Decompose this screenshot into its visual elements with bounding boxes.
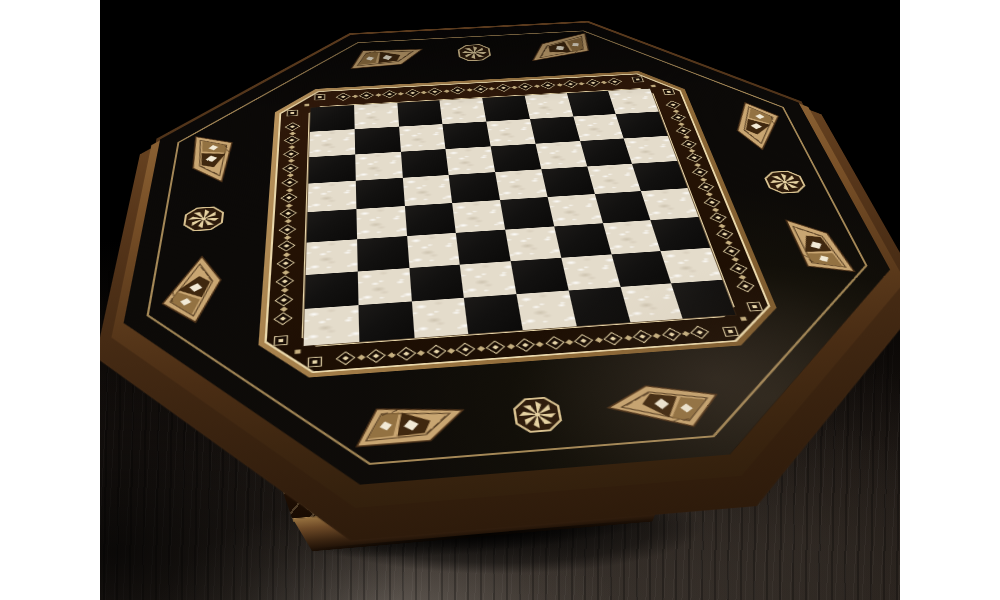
band-dot-motif [682,331,690,337]
square-d2[interactable] [460,261,517,298]
band-diamond-motif [632,77,644,83]
band-dot-motif [466,88,472,91]
square-b6[interactable] [355,151,402,180]
square-h3[interactable] [651,217,710,251]
square-c3[interactable] [407,233,460,268]
band-diamond-motif [692,167,708,177]
band-diamond-motif [276,275,295,287]
band-diamond-motif [405,89,420,97]
square-a4[interactable] [307,209,357,242]
band-diamond-motif [686,153,702,162]
band-dot-motif [279,307,287,312]
band-diamond-motif [284,136,300,145]
band-diamond-motif [279,208,296,218]
band-dot-motif [506,343,514,349]
square-c6[interactable] [400,149,448,178]
band-diamond-motif [307,356,321,367]
band-diamond-motif [722,326,739,336]
band-diamond-motif [716,229,733,240]
square-e1[interactable] [516,291,576,330]
square-e6[interactable] [491,143,542,172]
band-dot-motif [357,354,365,360]
square-c8[interactable] [397,100,443,126]
square-c7[interactable] [399,124,446,152]
square-c1[interactable] [411,298,468,338]
square-b4[interactable] [356,206,406,239]
square-e5[interactable] [495,169,547,200]
band-diamond-motif [359,91,374,99]
tabletop-3d-wrap [100,14,900,507]
band-dot-motif [284,219,291,223]
band-diamond-motif [604,332,623,345]
band-dot-motif [653,333,661,339]
band-diamond-motif [730,263,748,275]
square-f6[interactable] [535,141,587,170]
square-c2[interactable] [409,264,464,301]
band-diamond-motif [277,258,295,270]
band-dot-motif [283,235,290,240]
square-d8[interactable] [440,98,487,124]
square-h6[interactable] [624,136,678,164]
square-e4[interactable] [500,197,554,229]
photo-area [100,0,900,600]
band-dot-motif [731,257,738,262]
square-d6[interactable] [446,146,496,175]
band-diamond-motif [681,140,697,149]
square-a2[interactable] [305,271,358,309]
band-diamond-motif [723,245,741,256]
square-h7[interactable] [616,111,668,138]
band-dot-motif [288,145,295,149]
band-diamond-motif [282,163,299,172]
band-diamond-motif [662,328,681,341]
band-diamond-motif [473,85,488,93]
band-diamond-motif [515,338,534,352]
band-dot-motif [304,104,309,107]
square-a6[interactable] [308,154,355,184]
band-diamond-motif [545,336,564,349]
square-a8[interactable] [310,105,354,131]
square-b2[interactable] [358,268,412,306]
square-h8[interactable] [608,89,658,114]
band-dot-motif [579,82,585,85]
band-dot-motif [282,252,290,257]
band-dot-motif [280,288,288,293]
band-diamond-motif [671,113,686,121]
square-d5[interactable] [449,172,500,203]
square-e3[interactable] [505,226,561,261]
square-f7[interactable] [530,116,580,143]
square-b5[interactable] [356,178,405,209]
band-dot-motif [295,349,301,353]
band-diamond-motif [676,126,691,135]
square-e7[interactable] [486,119,535,146]
band-dot-motif [421,91,427,94]
square-a1[interactable] [304,305,359,346]
band-diamond-motif [518,83,533,91]
square-f5[interactable] [541,167,594,197]
square-a3[interactable] [306,239,358,275]
band-diamond-motif [662,89,675,95]
band-diamond-motif [274,294,293,306]
square-d3[interactable] [456,229,511,264]
square-b3[interactable] [357,236,409,271]
square-d4[interactable] [452,200,505,233]
square-f1[interactable] [568,287,629,326]
band-dot-motif [489,87,495,90]
band-dot-motif [595,337,603,343]
band-dot-motif [556,83,562,86]
band-diamond-motif [279,224,297,235]
square-d7[interactable] [443,121,491,148]
band-diamond-motif [366,349,386,363]
band-dot-motif [724,240,731,245]
square-g7[interactable] [573,114,624,141]
band-dot-motif [286,188,293,192]
band-diamond-motif [496,84,511,92]
band-dot-motif [739,317,746,321]
band-dot-motif [417,350,425,356]
band-dot-motif [624,335,632,341]
band-diamond-motif [278,241,296,252]
band-diamond-motif [574,334,593,347]
band-dot-motif [375,93,381,96]
band-dot-motif [738,275,745,280]
square-a5[interactable] [308,181,357,212]
band-diamond-motif [274,335,288,345]
band-dot-motif [352,94,358,97]
band-diamond-motif [283,149,299,158]
band-diamond-motif [633,330,652,343]
square-g8[interactable] [567,91,616,116]
band-diamond-motif [746,302,763,312]
band-diamond-motif [382,90,397,98]
band-diamond-motif [704,197,721,207]
band-dot-motif [601,81,607,84]
band-dot-motif [683,135,689,139]
letterbox-left [0,0,100,600]
band-diamond-motif [666,101,681,109]
band-diamond-motif [698,182,714,192]
band-dot-motif [447,348,455,354]
band-dot-motif [536,341,544,347]
square-h5[interactable] [632,161,687,191]
square-c4[interactable] [404,203,456,236]
band-dot-motif [705,192,712,196]
band-dot-motif [651,84,656,87]
band-dot-motif [534,84,540,87]
band-diamond-motif [428,88,443,96]
band-dot-motif [511,86,517,89]
square-b8[interactable] [354,103,399,129]
band-dot-motif [281,270,289,275]
band-diamond-motif [563,80,578,88]
square-a7[interactable] [309,129,355,157]
band-diamond-motif [486,340,506,354]
square-f2[interactable] [561,254,620,291]
band-diamond-motif [456,343,476,357]
square-c5[interactable] [402,175,452,206]
band-diamond-motif [450,86,465,94]
square-f8[interactable] [524,93,572,119]
square-d1[interactable] [464,294,523,334]
square-h1[interactable] [671,280,735,319]
band-dot-motif [718,224,725,228]
band-diamond-motif [426,345,446,359]
square-e2[interactable] [511,257,569,294]
letterbox-right [900,0,1000,600]
square-h4[interactable] [641,188,698,220]
band-dot-motif [700,177,707,181]
square-f3[interactable] [554,223,611,257]
band-diamond-motif [541,81,556,89]
band-dot-motif [387,352,395,358]
band-diamond-motif [710,213,727,224]
band-dot-motif [285,203,292,207]
band-diamond-motif [691,326,710,339]
band-diamond-motif [314,94,325,100]
square-h2[interactable] [661,247,723,283]
band-diamond-motif [287,110,298,117]
band-dot-motif [477,345,485,351]
band-diamond-motif [281,178,298,188]
square-b7[interactable] [354,126,400,154]
band-dot-motif [565,339,573,345]
band-dot-motif [398,92,404,95]
square-e8[interactable] [482,96,530,122]
band-dot-motif [287,159,294,163]
square-f4[interactable] [547,194,602,226]
band-diamond-motif [585,79,600,87]
band-diamond-motif [280,193,297,203]
square-b1[interactable] [358,302,414,342]
band-dot-motif [443,89,449,92]
screenshot-root [0,0,1000,600]
band-diamond-motif [396,347,416,361]
